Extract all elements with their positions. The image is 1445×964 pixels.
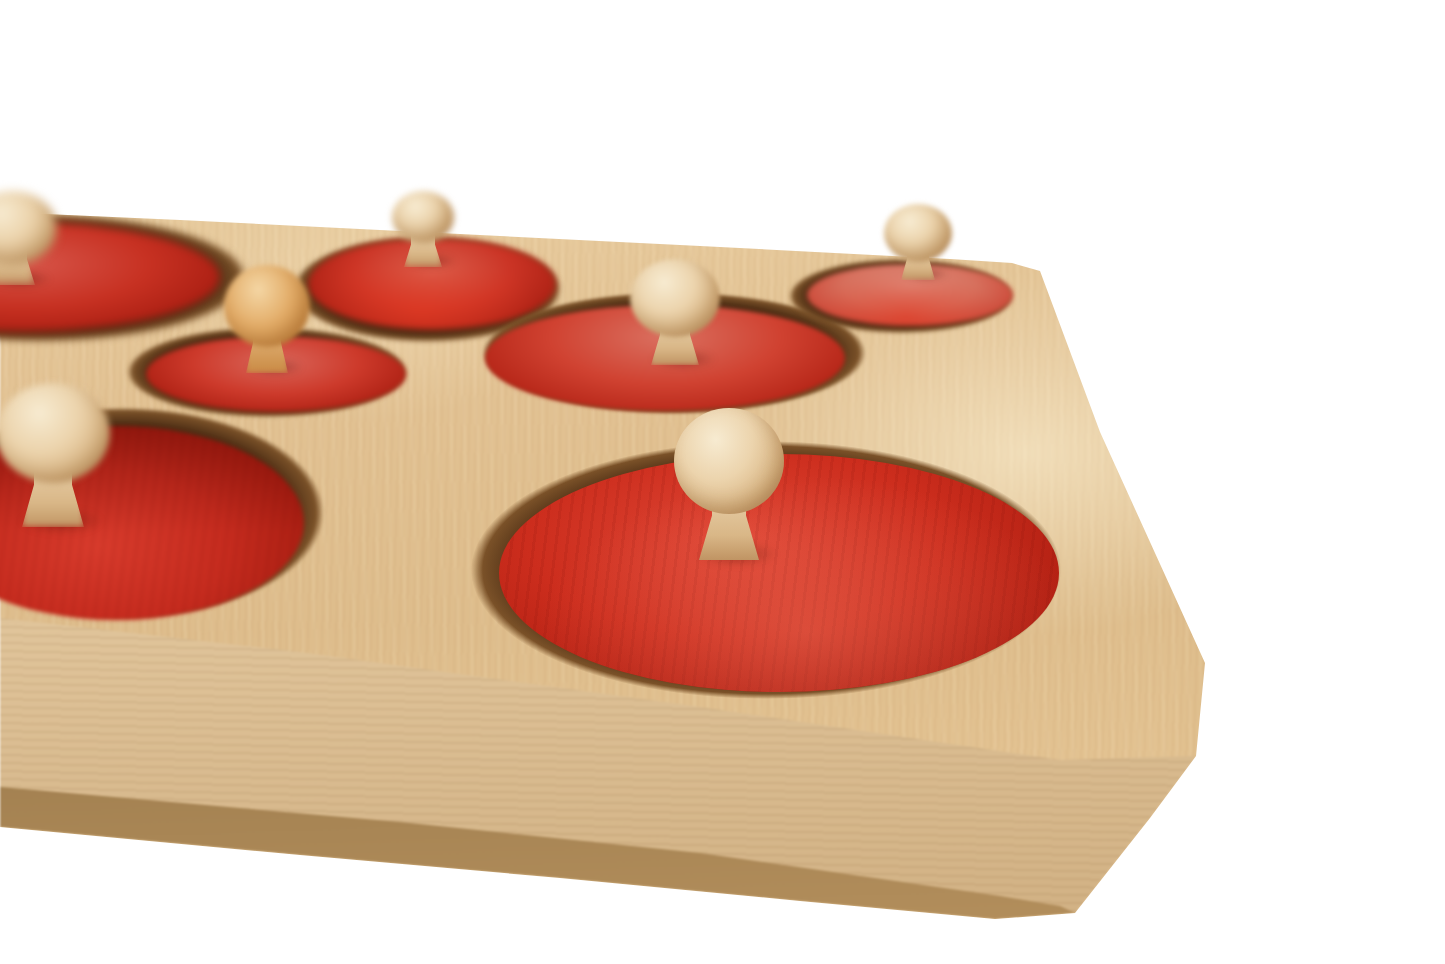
knob-c3[interactable]	[630, 259, 720, 337]
knob-c6[interactable]	[0, 383, 110, 483]
knob-c5[interactable]	[224, 265, 310, 347]
knob-c4[interactable]	[884, 204, 952, 262]
knob-c2[interactable]	[392, 191, 454, 243]
knob-c7[interactable]	[674, 408, 784, 514]
knobs-layer	[0, 0, 1445, 964]
knob-c1[interactable]	[0, 191, 57, 265]
product-photo-scene	[0, 0, 1445, 964]
